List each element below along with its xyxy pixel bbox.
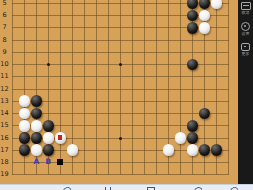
- row-label: 9: [0, 49, 10, 56]
- black-stone: [187, 0, 199, 9]
- more-icon: [241, 43, 250, 51]
- row-label: 10: [0, 61, 10, 68]
- row-label: 8: [0, 37, 10, 44]
- white-stone: [211, 0, 223, 9]
- black-stone: [187, 132, 199, 144]
- white-stone: [175, 132, 187, 144]
- row-label: 15: [0, 122, 10, 129]
- kifu-label: 棋谱: [242, 11, 250, 16]
- row-label: 14: [0, 110, 10, 117]
- row-label: 12: [0, 86, 10, 93]
- row-label: 17: [0, 147, 10, 154]
- white-stone: [163, 144, 175, 156]
- black-stone: [43, 120, 55, 132]
- grid-hline: [12, 76, 229, 77]
- white-stone: [199, 10, 211, 22]
- white-stone: [31, 120, 43, 132]
- black-stone: [199, 0, 211, 9]
- grid-hline: [12, 113, 229, 114]
- rotate-icon[interactable]: [228, 185, 240, 190]
- letter-annotation: B: [45, 158, 51, 166]
- black-stone: [31, 132, 43, 144]
- row-label: 16: [0, 135, 10, 142]
- black-stone: [43, 144, 55, 156]
- grid-hline: [12, 174, 229, 175]
- last-move-marker: [58, 135, 62, 139]
- grid-hline: [12, 89, 229, 90]
- sidebar-item-settings[interactable]: 设置: [241, 22, 250, 37]
- star-point: [119, 137, 122, 140]
- undo-icon[interactable]: [61, 185, 73, 190]
- star-point: [47, 63, 50, 66]
- row-label: 13: [0, 98, 10, 105]
- black-stone: [31, 95, 43, 107]
- go-board[interactable]: 5678910111213141516171819AB: [0, 0, 238, 184]
- sidebar-item-more[interactable]: 更多: [241, 43, 250, 57]
- row-label: 11: [0, 73, 10, 80]
- row-label: 6: [0, 12, 10, 19]
- grid-hline: [12, 101, 229, 102]
- black-stone: [211, 144, 223, 156]
- black-stone: [187, 10, 199, 22]
- letter-annotation: A: [33, 158, 39, 166]
- row-label: 18: [0, 159, 10, 166]
- kifu-icon: [241, 2, 251, 10]
- gear-icon: [241, 22, 250, 31]
- row-label: 7: [0, 24, 10, 31]
- white-stone: [67, 144, 79, 156]
- black-stone: [19, 144, 31, 156]
- black-square-marker: [57, 159, 63, 165]
- stone-icon[interactable]: [147, 187, 155, 190]
- grid-hline: [12, 40, 229, 41]
- right-sidebar: 棋谱 设置 更多: [238, 0, 253, 184]
- black-stone: [31, 108, 43, 120]
- white-stone: [19, 95, 31, 107]
- black-stone: [187, 120, 199, 132]
- sidebar-item-kifu[interactable]: 棋谱: [241, 2, 251, 16]
- star-point: [119, 63, 122, 66]
- white-stone: [199, 22, 211, 34]
- more-label: 更多: [242, 52, 250, 57]
- white-stone: [19, 108, 31, 120]
- pause-icon[interactable]: [105, 187, 111, 190]
- black-stone: [19, 132, 31, 144]
- row-label: 19: [0, 171, 10, 178]
- white-stone: [43, 132, 55, 144]
- hint-icon[interactable]: [193, 186, 205, 190]
- black-stone: [199, 108, 211, 120]
- black-stone: [187, 59, 199, 71]
- black-stone: [187, 22, 199, 34]
- settings-label: 设置: [242, 32, 250, 37]
- row-label: 5: [0, 0, 10, 6]
- go-app-window: 5678910111213141516171819AB 棋谱 设置 更多: [0, 0, 253, 190]
- white-stone: [19, 120, 31, 132]
- grid-hline: [12, 52, 229, 53]
- black-stone: [199, 144, 211, 156]
- white-stone: [187, 144, 199, 156]
- white-stone: [31, 144, 43, 156]
- bottom-toolbar: [0, 184, 253, 190]
